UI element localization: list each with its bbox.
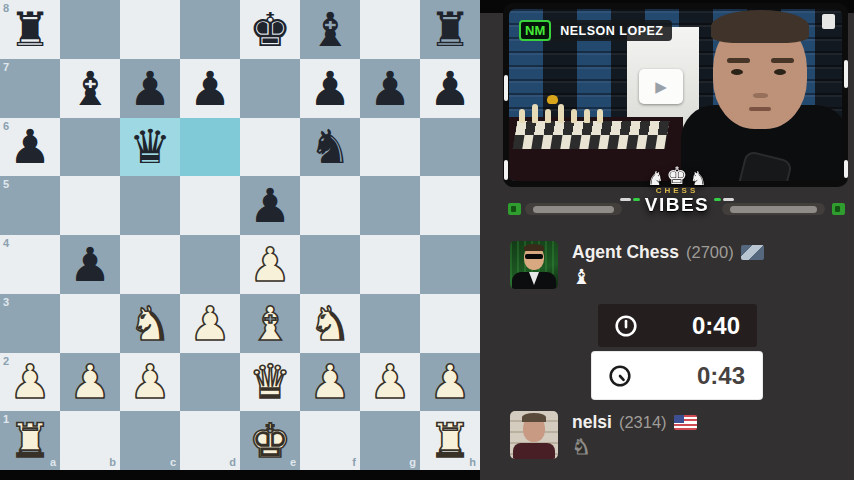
clock-time-black: 0:40 <box>639 312 757 340</box>
square-d3[interactable]: ♟ <box>180 294 240 353</box>
frame-notch <box>504 75 508 101</box>
clock-time-white: 0:43 <box>633 362 762 390</box>
stream-panel: ▶ <box>480 0 854 480</box>
white-pawn[interactable]: ♟ <box>69 358 111 405</box>
square-f2[interactable]: ♟ <box>300 353 360 412</box>
square-h1[interactable]: h♜ <box>420 411 480 470</box>
black-pawn[interactable]: ♟ <box>309 65 351 112</box>
flag-icon-top <box>741 245 764 260</box>
square-g2[interactable]: ♟ <box>360 353 420 412</box>
black-pawn[interactable]: ♟ <box>9 123 51 170</box>
king-icon: ♚ <box>666 164 688 188</box>
square-b4[interactable]: ♟ <box>60 235 120 294</box>
square-e2[interactable]: ♛ <box>240 353 300 412</box>
logo-text-vibes: VIBES <box>617 194 737 216</box>
streamer-mouth <box>749 107 771 111</box>
clock-black: 0:40 <box>598 304 757 347</box>
square-d5[interactable] <box>180 176 240 235</box>
chess-board: 8♜♚♝♜7♝♟♟♟♟♟6♟♛♞5♟4♟♟3♞♟♝♞2♟♟♟♛♟♟♟1a♜bcd… <box>0 0 480 470</box>
title-badge: NM <box>519 20 551 41</box>
square-a5[interactable]: 5 <box>0 176 60 235</box>
square-b3[interactable] <box>60 294 120 353</box>
white-pawn[interactable]: ♟ <box>429 358 471 405</box>
streamer-eyebrow <box>727 58 750 63</box>
white-pawn[interactable]: ♟ <box>249 241 291 288</box>
file-label-g: g <box>409 456 416 468</box>
square-g8[interactable] <box>360 0 420 59</box>
square-b5[interactable] <box>60 176 120 235</box>
square-f7[interactable]: ♟ <box>300 59 360 118</box>
white-knight[interactable]: ♞ <box>309 300 351 347</box>
square-e1[interactable]: e♚ <box>240 411 300 470</box>
black-bishop[interactable]: ♝ <box>309 6 351 53</box>
green-button-left[interactable] <box>508 203 521 215</box>
player-row-bottom: nelsi (2314) ♞ <box>510 411 697 459</box>
square-h6[interactable] <box>420 118 480 177</box>
webcam-video: ▶ <box>509 9 842 181</box>
rank-label-3: 3 <box>3 296 9 308</box>
square-h3[interactable] <box>420 294 480 353</box>
physical-chessboard <box>513 121 669 149</box>
square-d2[interactable] <box>180 353 240 412</box>
square-c3[interactable]: ♞ <box>120 294 180 353</box>
square-f5[interactable] <box>300 176 360 235</box>
square-b7[interactable]: ♝ <box>60 59 120 118</box>
black-pawn[interactable]: ♟ <box>249 182 291 229</box>
app-window: 8♜♚♝♜7♝♟♟♟♟♟6♟♛♞5♟4♟♟3♞♟♝♞2♟♟♟♛♟♟♟1a♜bcd… <box>0 0 854 480</box>
square-b2[interactable]: ♟ <box>60 353 120 412</box>
webcam-frame: ▶ <box>503 3 848 187</box>
square-a1[interactable]: 1a♜ <box>0 411 60 470</box>
streamer-badge-row: NM NELSON LOPEZ <box>519 20 672 41</box>
streamer-hair <box>711 10 809 43</box>
streamer-nose <box>753 93 768 98</box>
square-g4[interactable] <box>360 235 420 294</box>
progress-pill <box>533 206 614 213</box>
file-label-d: d <box>229 456 236 468</box>
rank-label-8: 8 <box>3 2 9 14</box>
square-f1[interactable]: f <box>300 411 360 470</box>
square-g3[interactable] <box>360 294 420 353</box>
square-b8[interactable] <box>60 0 120 59</box>
white-pawn[interactable]: ♟ <box>129 358 171 405</box>
square-b6[interactable] <box>60 118 120 177</box>
physical-pieces <box>519 103 669 123</box>
clock-white: 0:43 <box>592 352 762 399</box>
square-d1[interactable]: d <box>180 411 240 470</box>
rank-label-1: 1 <box>3 413 9 425</box>
file-label-h: h <box>469 456 476 468</box>
black-pawn[interactable]: ♟ <box>69 241 111 288</box>
square-c2[interactable]: ♟ <box>120 353 180 412</box>
square-d7[interactable]: ♟ <box>180 59 240 118</box>
white-pawn[interactable]: ♟ <box>189 300 231 347</box>
black-rook[interactable]: ♜ <box>9 6 51 53</box>
file-label-f: f <box>352 456 356 468</box>
rank-label-2: 2 <box>3 355 9 367</box>
logo-pieces: ♞ ♚ ♞ <box>617 164 737 188</box>
play-button-icon: ▶ <box>655 78 667 96</box>
square-d8[interactable] <box>180 0 240 59</box>
square-h4[interactable] <box>420 235 480 294</box>
square-b1[interactable]: b <box>60 411 120 470</box>
player-name-top[interactable]: Agent Chess <box>572 242 679 263</box>
square-f8[interactable]: ♝ <box>300 0 360 59</box>
player-name-bottom[interactable]: nelsi <box>572 412 612 433</box>
clock-icon <box>613 313 639 339</box>
square-c1[interactable]: c <box>120 411 180 470</box>
square-f6[interactable]: ♞ <box>300 118 360 177</box>
square-a4[interactable]: 4 <box>0 235 60 294</box>
square-e6[interactable] <box>240 118 300 177</box>
file-label-b: b <box>109 456 116 468</box>
square-e4[interactable]: ♟ <box>240 235 300 294</box>
square-a2[interactable]: 2♟ <box>0 353 60 412</box>
square-e7[interactable] <box>240 59 300 118</box>
square-h7[interactable]: ♟ <box>420 59 480 118</box>
square-h5[interactable] <box>420 176 480 235</box>
black-queen[interactable]: ♛ <box>129 123 171 170</box>
player-rating-top: (2700) <box>686 243 734 262</box>
white-pawn[interactable]: ♟ <box>309 358 351 405</box>
black-knight[interactable]: ♞ <box>309 123 351 170</box>
black-pawn[interactable]: ♟ <box>369 65 411 112</box>
white-pawn[interactable]: ♟ <box>9 358 51 405</box>
square-g1[interactable]: g <box>360 411 420 470</box>
player-row-top: Agent Chess (2700) ♝ <box>510 241 764 289</box>
square-f4[interactable] <box>300 235 360 294</box>
avatar-nelsi[interactable] <box>510 411 558 459</box>
rank-label-4: 4 <box>3 237 9 249</box>
white-rook[interactable]: ♜ <box>429 417 471 464</box>
black-king[interactable]: ♚ <box>249 6 291 53</box>
streamer-eye <box>774 69 786 75</box>
rank-label-5: 5 <box>3 178 9 190</box>
chess-vibes-logo: ♞ ♚ ♞ CHESS VIBES <box>617 164 737 216</box>
white-pawn[interactable]: ♟ <box>369 358 411 405</box>
play-button-award: ▶ <box>639 69 683 104</box>
white-knight[interactable]: ♞ <box>129 300 171 347</box>
progress-bar-right <box>722 203 825 215</box>
avatar-agent-chess[interactable] <box>510 241 558 289</box>
square-a6[interactable]: 6♟ <box>0 118 60 177</box>
file-label-c: c <box>170 456 176 468</box>
square-g6[interactable] <box>360 118 420 177</box>
captured-bishop-icon: ♝ <box>572 267 764 288</box>
green-button-right[interactable] <box>832 203 845 215</box>
streamer-eyebrow <box>771 58 794 63</box>
square-a8[interactable]: 8♜ <box>0 0 60 59</box>
square-g7[interactable]: ♟ <box>360 59 420 118</box>
frame-notch <box>844 60 848 88</box>
square-c8[interactable] <box>120 0 180 59</box>
frame-notch <box>504 160 508 180</box>
square-e5[interactable]: ♟ <box>240 176 300 235</box>
square-f3[interactable]: ♞ <box>300 294 360 353</box>
black-pawn[interactable]: ♟ <box>129 65 171 112</box>
square-a3[interactable]: 3 <box>0 294 60 353</box>
square-c5[interactable] <box>120 176 180 235</box>
black-pawn[interactable]: ♟ <box>429 65 471 112</box>
streamer-eye <box>731 69 743 75</box>
file-label-a: a <box>50 456 56 468</box>
white-rook[interactable]: ♜ <box>9 417 51 464</box>
square-h8[interactable]: ♜ <box>420 0 480 59</box>
watermark-icon <box>822 14 835 29</box>
progress-bar-left <box>525 203 622 215</box>
square-c4[interactable] <box>120 235 180 294</box>
knight-icon: ♞ <box>647 169 664 188</box>
captured-knight-icon: ♞ <box>572 437 697 458</box>
clock-icon <box>607 363 633 389</box>
progress-pill <box>730 206 817 213</box>
streamer-name: NELSON LOPEZ <box>551 20 672 41</box>
square-d4[interactable] <box>180 235 240 294</box>
square-e8[interactable]: ♚ <box>240 0 300 59</box>
player-rating-bottom: (2314) <box>619 413 667 432</box>
black-pawn[interactable]: ♟ <box>189 65 231 112</box>
rank-label-7: 7 <box>3 61 9 73</box>
white-king[interactable]: ♚ <box>249 417 291 464</box>
white-queen[interactable]: ♛ <box>249 358 291 405</box>
usa-flag-icon <box>674 415 697 430</box>
square-c6[interactable]: ♛ <box>120 118 180 177</box>
square-d6[interactable] <box>180 118 240 177</box>
white-bishop[interactable]: ♝ <box>249 300 291 347</box>
black-rook[interactable]: ♜ <box>429 6 471 53</box>
frame-notch <box>844 160 848 178</box>
square-e3[interactable]: ♝ <box>240 294 300 353</box>
square-h2[interactable]: ♟ <box>420 353 480 412</box>
file-label-e: e <box>290 456 296 468</box>
rank-label-6: 6 <box>3 120 9 132</box>
square-c7[interactable]: ♟ <box>120 59 180 118</box>
square-a7[interactable]: 7 <box>0 59 60 118</box>
black-bishop[interactable]: ♝ <box>69 65 111 112</box>
square-g5[interactable] <box>360 176 420 235</box>
